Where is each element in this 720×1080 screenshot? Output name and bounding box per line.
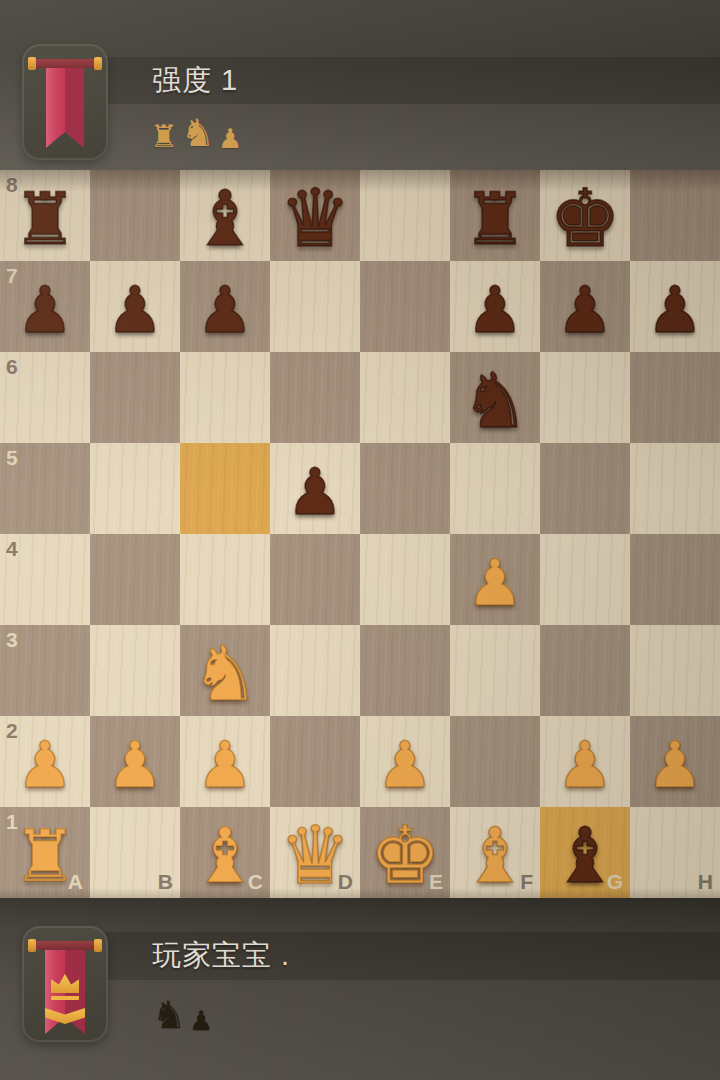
black-rook-a8[interactable]: ♜ <box>0 173 90 264</box>
square-g8[interactable]: ♚ <box>540 170 630 261</box>
square-e6[interactable] <box>360 352 450 443</box>
square-d6[interactable] <box>270 352 360 443</box>
opponent-avatar <box>22 44 108 160</box>
square-c8[interactable]: ♝ <box>180 170 270 261</box>
square-h2[interactable]: ♟ <box>630 716 720 807</box>
opponent-name: 强度 1 <box>98 61 238 101</box>
square-d8[interactable]: ♛ <box>270 170 360 261</box>
square-g4[interactable] <box>540 534 630 625</box>
square-c4[interactable] <box>180 534 270 625</box>
rank-label-4: 4 <box>6 537 18 561</box>
square-h6[interactable] <box>630 352 720 443</box>
black-rook-f8[interactable]: ♜ <box>450 173 540 264</box>
white-pawn-h2[interactable]: ♟ <box>630 719 720 810</box>
square-d4[interactable] <box>270 534 360 625</box>
file-label-b: B <box>158 870 173 894</box>
white-king-e1[interactable]: ♚ <box>360 810 450 901</box>
square-f5[interactable] <box>450 443 540 534</box>
banner-ribbon-icon <box>46 64 84 148</box>
square-e3[interactable] <box>360 625 450 716</box>
captured-knight-icon: ♞ <box>181 114 215 152</box>
square-b1[interactable]: B <box>90 807 180 898</box>
black-pawn-b7[interactable]: ♟ <box>90 264 180 355</box>
opponent-name-band: 强度 1 <box>98 57 720 104</box>
black-pawn-a7[interactable]: ♟ <box>0 264 90 355</box>
black-pawn-g7[interactable]: ♟ <box>540 264 630 355</box>
square-e8[interactable] <box>360 170 450 261</box>
player-name: 玩家宝宝 . <box>98 936 290 976</box>
square-f4[interactable]: ♟ <box>450 534 540 625</box>
banner-rod-icon <box>30 941 100 950</box>
black-pawn-f7[interactable]: ♟ <box>450 264 540 355</box>
square-d2[interactable] <box>270 716 360 807</box>
square-g2[interactable]: ♟ <box>540 716 630 807</box>
white-knight-c3[interactable]: ♞ <box>180 628 270 719</box>
black-pawn-d5[interactable]: ♟ <box>270 446 360 537</box>
black-bishop-g1[interactable]: ♝ <box>540 810 630 901</box>
square-b5[interactable] <box>90 443 180 534</box>
square-f2[interactable] <box>450 716 540 807</box>
square-b2[interactable]: ♟ <box>90 716 180 807</box>
square-c1[interactable]: C♝ <box>180 807 270 898</box>
square-b3[interactable] <box>90 625 180 716</box>
white-pawn-c2[interactable]: ♟ <box>180 719 270 810</box>
square-b8[interactable] <box>90 170 180 261</box>
white-rook-a1[interactable]: ♜ <box>0 810 90 901</box>
square-c6[interactable] <box>180 352 270 443</box>
white-bishop-f1[interactable]: ♝ <box>450 810 540 901</box>
square-c7[interactable]: ♟ <box>180 261 270 352</box>
black-pawn-h7[interactable]: ♟ <box>630 264 720 355</box>
square-g5[interactable] <box>540 443 630 534</box>
player-name-band: 玩家宝宝 . <box>98 932 720 980</box>
square-a4[interactable]: 4 <box>0 534 90 625</box>
square-a8[interactable]: 8♜ <box>0 170 90 261</box>
square-b4[interactable] <box>90 534 180 625</box>
white-queen-d1[interactable]: ♛ <box>270 810 360 901</box>
square-b7[interactable]: ♟ <box>90 261 180 352</box>
square-a1[interactable]: 1A♜ <box>0 807 90 898</box>
captured-pawn-icon: ♟ <box>218 125 242 152</box>
square-h5[interactable] <box>630 443 720 534</box>
captured-rook-icon: ♜ <box>150 121 178 152</box>
square-g7[interactable]: ♟ <box>540 261 630 352</box>
square-a3[interactable]: 3 <box>0 625 90 716</box>
square-e7[interactable] <box>360 261 450 352</box>
square-d7[interactable] <box>270 261 360 352</box>
square-a7[interactable]: 7♟ <box>0 261 90 352</box>
player-avatar <box>22 926 108 1042</box>
square-f8[interactable]: ♜ <box>450 170 540 261</box>
square-a6[interactable]: 6 <box>0 352 90 443</box>
square-f7[interactable]: ♟ <box>450 261 540 352</box>
square-e2[interactable]: ♟ <box>360 716 450 807</box>
square-e1[interactable]: E♚ <box>360 807 450 898</box>
square-a2[interactable]: 2♟ <box>0 716 90 807</box>
square-c5[interactable] <box>180 443 270 534</box>
square-a5[interactable]: 5 <box>0 443 90 534</box>
opponent-bar: 强度 1 ♜♞♟ <box>0 0 720 170</box>
square-f1[interactable]: F♝ <box>450 807 540 898</box>
rank-label-6: 6 <box>6 355 18 379</box>
square-g3[interactable] <box>540 625 630 716</box>
square-f6[interactable]: ♞ <box>450 352 540 443</box>
file-label-h: H <box>698 870 713 894</box>
black-king-g8[interactable]: ♚ <box>540 173 630 264</box>
white-pawn-a2[interactable]: ♟ <box>0 719 90 810</box>
square-c2[interactable]: ♟ <box>180 716 270 807</box>
player-bar: 玩家宝宝 . ♞♟ <box>0 898 720 1080</box>
banner-rod-icon <box>30 59 100 68</box>
white-bishop-c1[interactable]: ♝ <box>180 810 270 901</box>
rank-label-3: 3 <box>6 628 18 652</box>
square-e5[interactable] <box>360 443 450 534</box>
square-h3[interactable] <box>630 625 720 716</box>
black-bishop-c8[interactable]: ♝ <box>180 173 270 264</box>
square-h1[interactable]: H <box>630 807 720 898</box>
square-d1[interactable]: D♛ <box>270 807 360 898</box>
black-queen-d8[interactable]: ♛ <box>270 173 360 264</box>
square-g6[interactable] <box>540 352 630 443</box>
captured-pieces-by-white: ♞♟ <box>152 998 213 1034</box>
square-b6[interactable] <box>90 352 180 443</box>
square-d5[interactable]: ♟ <box>270 443 360 534</box>
square-h4[interactable] <box>630 534 720 625</box>
black-knight-f6[interactable]: ♞ <box>450 355 540 446</box>
rank-label-5: 5 <box>6 446 18 470</box>
crown-band-icon <box>51 996 79 1000</box>
square-d3[interactable] <box>270 625 360 716</box>
white-pawn-e2[interactable]: ♟ <box>360 719 450 810</box>
square-c3[interactable]: ♞ <box>180 625 270 716</box>
square-e4[interactable] <box>360 534 450 625</box>
captured-pieces-by-black: ♜♞♟ <box>150 110 242 152</box>
captured-knight-icon: ♞ <box>152 996 186 1034</box>
white-pawn-g2[interactable]: ♟ <box>540 719 630 810</box>
captured-pawn-icon: ♟ <box>189 1007 213 1034</box>
square-h7[interactable]: ♟ <box>630 261 720 352</box>
square-g1[interactable]: G♝ <box>540 807 630 898</box>
white-pawn-f4[interactable]: ♟ <box>450 537 540 628</box>
square-h8[interactable] <box>630 170 720 261</box>
square-f3[interactable] <box>450 625 540 716</box>
chess-board[interactable]: 8♜♝♛♜♚7♟♟♟♟♟♟6♞5♟4♟3♞2♟♟♟♟♟♟1A♜BC♝D♛E♚F♝… <box>0 170 720 898</box>
black-pawn-c7[interactable]: ♟ <box>180 264 270 355</box>
white-pawn-b2[interactable]: ♟ <box>90 719 180 810</box>
